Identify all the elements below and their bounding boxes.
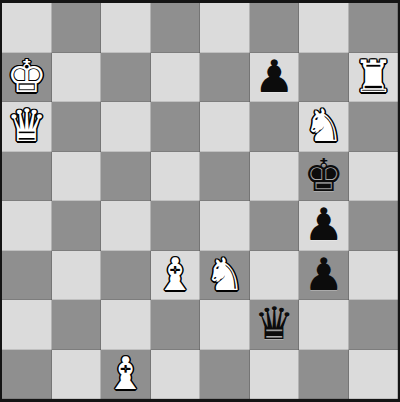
square-f5[interactable] (250, 152, 300, 202)
square-g5[interactable]: ♚ (299, 152, 349, 202)
square-g2[interactable] (299, 300, 349, 350)
square-a6[interactable]: ♛ (2, 102, 52, 152)
square-a8[interactable] (2, 3, 52, 53)
square-h4[interactable] (349, 201, 399, 251)
square-h1[interactable] (349, 350, 399, 400)
square-d2[interactable] (151, 300, 201, 350)
square-d7[interactable] (151, 53, 201, 103)
square-h6[interactable] (349, 102, 399, 152)
square-b2[interactable] (52, 300, 102, 350)
square-a7[interactable]: ♚ (2, 53, 52, 103)
square-b6[interactable] (52, 102, 102, 152)
square-f3[interactable] (250, 251, 300, 301)
square-h3[interactable] (349, 251, 399, 301)
square-g6[interactable]: ♞ (299, 102, 349, 152)
square-c5[interactable] (101, 152, 151, 202)
square-h8[interactable] (349, 3, 399, 53)
square-e5[interactable] (200, 152, 250, 202)
square-a1[interactable] (2, 350, 52, 400)
square-d6[interactable] (151, 102, 201, 152)
square-a2[interactable] (2, 300, 52, 350)
square-c4[interactable] (101, 201, 151, 251)
white-knight: ♞ (304, 103, 344, 148)
square-c8[interactable] (101, 3, 151, 53)
square-c3[interactable] (101, 251, 151, 301)
black-king: ♚ (304, 153, 344, 198)
white-bishop: ♝ (106, 351, 146, 396)
square-b7[interactable] (52, 53, 102, 103)
square-f2[interactable]: ♛ (250, 300, 300, 350)
square-e4[interactable] (200, 201, 250, 251)
square-f8[interactable] (250, 3, 300, 53)
board-frame: ♚♟♜♛♞♚♟♝♞♟♛♝ (0, 0, 400, 402)
square-c1[interactable]: ♝ (101, 350, 151, 400)
square-g3[interactable]: ♟ (299, 251, 349, 301)
square-b3[interactable] (52, 251, 102, 301)
chess-diagram: ♚♟♜♛♞♚♟♝♞♟♛♝ (0, 0, 400, 402)
black-pawn: ♟ (304, 252, 344, 297)
white-bishop: ♝ (155, 252, 195, 297)
white-king: ♚ (7, 54, 47, 99)
white-rook: ♜ (353, 54, 393, 99)
square-e7[interactable] (200, 53, 250, 103)
square-g4[interactable]: ♟ (299, 201, 349, 251)
square-f7[interactable]: ♟ (250, 53, 300, 103)
square-d4[interactable] (151, 201, 201, 251)
black-queen: ♛ (254, 301, 294, 346)
square-h5[interactable] (349, 152, 399, 202)
square-a5[interactable] (2, 152, 52, 202)
square-g7[interactable] (299, 53, 349, 103)
square-e2[interactable] (200, 300, 250, 350)
square-f4[interactable] (250, 201, 300, 251)
square-c7[interactable] (101, 53, 151, 103)
white-knight: ♞ (205, 252, 245, 297)
square-g1[interactable] (299, 350, 349, 400)
square-d8[interactable] (151, 3, 201, 53)
square-e6[interactable] (200, 102, 250, 152)
square-d3[interactable]: ♝ (151, 251, 201, 301)
square-b1[interactable] (52, 350, 102, 400)
black-pawn: ♟ (304, 202, 344, 247)
square-a4[interactable] (2, 201, 52, 251)
square-e8[interactable] (200, 3, 250, 53)
square-f6[interactable] (250, 102, 300, 152)
square-e1[interactable] (200, 350, 250, 400)
square-f1[interactable] (250, 350, 300, 400)
square-d1[interactable] (151, 350, 201, 400)
square-h2[interactable] (349, 300, 399, 350)
square-b4[interactable] (52, 201, 102, 251)
chess-board: ♚♟♜♛♞♚♟♝♞♟♛♝ (2, 3, 398, 399)
square-b8[interactable] (52, 3, 102, 53)
square-e3[interactable]: ♞ (200, 251, 250, 301)
white-queen: ♛ (7, 103, 47, 148)
square-c2[interactable] (101, 300, 151, 350)
square-g8[interactable] (299, 3, 349, 53)
square-b5[interactable] (52, 152, 102, 202)
square-d5[interactable] (151, 152, 201, 202)
square-a3[interactable] (2, 251, 52, 301)
square-c6[interactable] (101, 102, 151, 152)
square-h7[interactable]: ♜ (349, 53, 399, 103)
black-pawn: ♟ (254, 54, 294, 99)
